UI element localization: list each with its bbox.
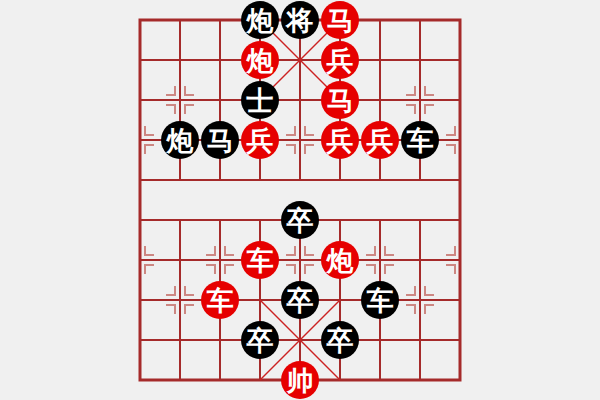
black-soldier-glyph: 卒: [321, 321, 359, 359]
black-cannon-glyph: 炮: [161, 121, 199, 159]
red-soldier-glyph: 兵: [321, 41, 359, 79]
black-chariot-glyph: 车: [361, 281, 399, 319]
piece-red-general[interactable]: 帅: [280, 360, 320, 400]
red-cannon-glyph: 炮: [241, 41, 279, 79]
piece-red-soldier[interactable]: 兵: [320, 40, 360, 80]
black-horse-glyph: 马: [201, 121, 239, 159]
black-general-glyph: 将: [281, 1, 319, 39]
red-soldier-glyph: 兵: [241, 121, 279, 159]
black-chariot-glyph: 车: [401, 121, 439, 159]
piece-red-chariot[interactable]: 车: [200, 280, 240, 320]
red-chariot-glyph: 车: [241, 241, 279, 279]
piece-black-soldier[interactable]: 卒: [320, 320, 360, 360]
piece-red-soldier[interactable]: 兵: [320, 120, 360, 160]
red-horse-glyph: 马: [321, 1, 359, 39]
piece-red-cannon[interactable]: 炮: [240, 40, 280, 80]
red-soldier-glyph: 兵: [361, 121, 399, 159]
black-soldier-glyph: 卒: [241, 321, 279, 359]
piece-red-horse[interactable]: 马: [320, 0, 360, 40]
piece-red-horse[interactable]: 马: [320, 80, 360, 120]
red-general-glyph: 帅: [281, 361, 319, 399]
red-horse-glyph: 马: [321, 81, 359, 119]
pieces-layer: 炮将马炮兵士马炮马兵兵兵车卒车炮车卒车卒卒帅: [120, 0, 480, 400]
piece-black-chariot[interactable]: 车: [360, 280, 400, 320]
black-soldier-glyph: 卒: [281, 201, 319, 239]
piece-black-cannon[interactable]: 炮: [160, 120, 200, 160]
piece-black-general[interactable]: 将: [280, 0, 320, 40]
piece-black-horse[interactable]: 马: [200, 120, 240, 160]
piece-black-soldier[interactable]: 卒: [240, 320, 280, 360]
red-chariot-glyph: 车: [201, 281, 239, 319]
piece-black-cannon[interactable]: 炮: [240, 0, 280, 40]
piece-black-soldier[interactable]: 卒: [280, 280, 320, 320]
piece-red-soldier[interactable]: 兵: [360, 120, 400, 160]
piece-red-cannon[interactable]: 炮: [320, 240, 360, 280]
piece-black-chariot[interactable]: 车: [400, 120, 440, 160]
red-cannon-glyph: 炮: [321, 241, 359, 279]
black-advisor-glyph: 士: [241, 81, 279, 119]
xiangqi-board: 炮将马炮兵士马炮马兵兵兵车卒车炮车卒车卒卒帅: [0, 0, 600, 400]
piece-red-chariot[interactable]: 车: [240, 240, 280, 280]
piece-red-soldier[interactable]: 兵: [240, 120, 280, 160]
black-cannon-glyph: 炮: [241, 1, 279, 39]
piece-black-soldier[interactable]: 卒: [280, 200, 320, 240]
black-soldier-glyph: 卒: [281, 281, 319, 319]
red-soldier-glyph: 兵: [321, 121, 359, 159]
piece-black-advisor[interactable]: 士: [240, 80, 280, 120]
